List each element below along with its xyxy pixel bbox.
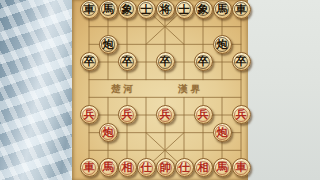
piece-black-chariot[interactable]: 車	[80, 0, 99, 19]
piece-black-horse[interactable]: 馬	[99, 0, 118, 19]
piece-glyph: 卒	[236, 56, 247, 67]
piece-glyph: 炮	[217, 127, 228, 138]
piece-black-elephant[interactable]: 象	[118, 0, 137, 19]
piece-black-advisor[interactable]: 士	[137, 0, 156, 19]
piece-red-horse[interactable]: 馬	[213, 158, 232, 177]
piece-glyph: 相	[122, 162, 133, 173]
video-frame: 楚河 漢界 車馬象士将士象馬車炮炮卒卒卒卒卒兵兵兵兵兵炮炮車馬相仕帥仕相馬車	[0, 0, 320, 180]
piece-glyph: 兵	[160, 109, 171, 120]
piece-red-advisor[interactable]: 仕	[137, 158, 156, 177]
piece-red-soldier[interactable]: 兵	[232, 105, 251, 124]
piece-glyph: 仕	[141, 162, 152, 173]
piece-glyph: 兵	[236, 109, 247, 120]
piece-red-elephant[interactable]: 相	[118, 158, 137, 177]
piece-black-cannon[interactable]: 炮	[99, 35, 118, 54]
piece-red-soldier[interactable]: 兵	[156, 105, 175, 124]
piece-red-horse[interactable]: 馬	[99, 158, 118, 177]
piece-black-advisor[interactable]: 士	[175, 0, 194, 19]
piece-red-advisor[interactable]: 仕	[175, 158, 194, 177]
piece-black-soldier[interactable]: 卒	[194, 52, 213, 71]
piece-glyph: 士	[179, 3, 190, 14]
piece-glyph: 兵	[84, 109, 95, 120]
piece-red-general[interactable]: 帥	[156, 158, 175, 177]
piece-glyph: 相	[198, 162, 209, 173]
piece-glyph: 車	[236, 162, 247, 173]
piece-red-chariot[interactable]: 車	[80, 158, 99, 177]
piece-glyph: 車	[84, 3, 95, 14]
piece-red-soldier[interactable]: 兵	[118, 105, 137, 124]
piece-black-soldier[interactable]: 卒	[80, 52, 99, 71]
piece-glyph: 仕	[179, 162, 190, 173]
piece-glyph: 卒	[84, 56, 95, 67]
piece-glyph: 車	[236, 3, 247, 14]
piece-glyph: 兵	[198, 109, 209, 120]
piece-black-soldier[interactable]: 卒	[156, 52, 175, 71]
piece-glyph: 車	[84, 162, 95, 173]
piece-glyph: 炮	[217, 38, 228, 49]
piece-black-soldier[interactable]: 卒	[232, 52, 251, 71]
piece-black-elephant[interactable]: 象	[194, 0, 213, 19]
piece-layer: 車馬象士将士象馬車炮炮卒卒卒卒卒兵兵兵兵兵炮炮車馬相仕帥仕相馬車	[80, 0, 251, 177]
piece-glyph: 帥	[160, 162, 171, 173]
piece-red-cannon[interactable]: 炮	[99, 123, 118, 142]
piece-red-cannon[interactable]: 炮	[213, 123, 232, 142]
piece-red-chariot[interactable]: 車	[232, 158, 251, 177]
piece-glyph: 士	[141, 3, 152, 14]
piece-glyph: 卒	[122, 56, 133, 67]
piece-glyph: 馬	[103, 3, 114, 14]
piece-glyph: 象	[122, 3, 133, 14]
xiangqi-board: 楚河 漢界 車馬象士将士象馬車炮炮卒卒卒卒卒兵兵兵兵兵炮炮車馬相仕帥仕相馬車	[72, 0, 248, 180]
piece-glyph: 兵	[122, 109, 133, 120]
piece-black-cannon[interactable]: 炮	[213, 35, 232, 54]
piece-black-general[interactable]: 将	[156, 0, 175, 19]
plain-backdrop	[248, 0, 320, 180]
piece-glyph: 炮	[103, 38, 114, 49]
piece-black-chariot[interactable]: 車	[232, 0, 251, 19]
piece-red-soldier[interactable]: 兵	[80, 105, 99, 124]
piece-glyph: 馬	[103, 162, 114, 173]
piece-black-soldier[interactable]: 卒	[118, 52, 137, 71]
piece-glyph: 卒	[198, 56, 209, 67]
piece-glyph: 象	[198, 3, 209, 14]
piece-red-soldier[interactable]: 兵	[194, 105, 213, 124]
mountain-backdrop	[0, 0, 72, 180]
piece-red-elephant[interactable]: 相	[194, 158, 213, 177]
piece-glyph: 馬	[217, 3, 228, 14]
piece-black-horse[interactable]: 馬	[213, 0, 232, 19]
piece-glyph: 将	[160, 3, 171, 14]
piece-glyph: 卒	[160, 56, 171, 67]
piece-glyph: 馬	[217, 162, 228, 173]
piece-glyph: 炮	[103, 127, 114, 138]
